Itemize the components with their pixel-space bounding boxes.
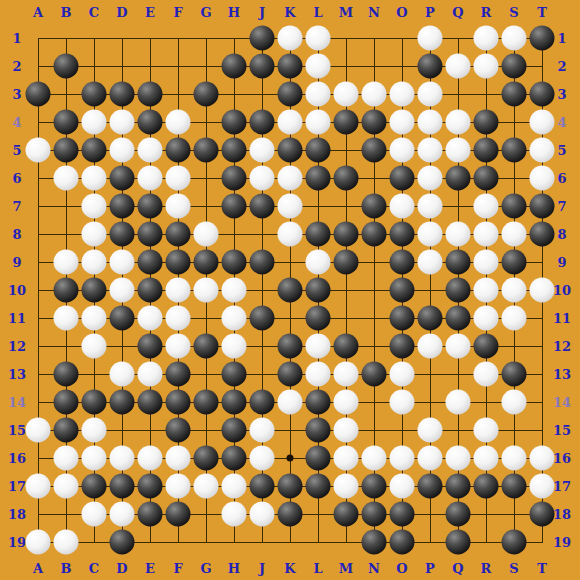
- stone-white-H18[interactable]: [222, 502, 247, 527]
- stone-white-S14[interactable]: [502, 390, 527, 415]
- row-label-right-17: 17: [553, 480, 571, 493]
- stone-white-P1[interactable]: [418, 26, 443, 51]
- row-label-right-15: 15: [553, 424, 571, 437]
- stone-black-F8[interactable]: [166, 222, 191, 247]
- stone-black-L14[interactable]: [306, 390, 331, 415]
- stone-white-R9[interactable]: [474, 250, 499, 275]
- stone-black-R4[interactable]: [474, 110, 499, 135]
- stone-black-J11[interactable]: [250, 306, 275, 331]
- column-label-bottom-F: F: [173, 562, 182, 575]
- stone-white-S1[interactable]: [502, 26, 527, 51]
- stone-white-R11[interactable]: [474, 306, 499, 331]
- stone-white-T5[interactable]: [530, 138, 555, 163]
- stone-black-K18[interactable]: [278, 502, 303, 527]
- row-label-left-3: 3: [12, 88, 21, 101]
- stone-white-P15[interactable]: [418, 418, 443, 443]
- stone-black-R17[interactable]: [474, 474, 499, 499]
- stone-black-Q6[interactable]: [446, 166, 471, 191]
- stone-white-D4[interactable]: [110, 110, 135, 135]
- stone-black-E10[interactable]: [138, 278, 163, 303]
- stone-white-K1[interactable]: [278, 26, 303, 51]
- stone-black-G12[interactable]: [194, 334, 219, 359]
- stone-black-E18[interactable]: [138, 502, 163, 527]
- stone-white-R16[interactable]: [474, 446, 499, 471]
- stone-white-O3[interactable]: [390, 82, 415, 107]
- stone-black-L8[interactable]: [306, 222, 331, 247]
- stone-black-B4[interactable]: [54, 110, 79, 135]
- stone-white-P5[interactable]: [418, 138, 443, 163]
- column-label-top-E: E: [145, 6, 155, 19]
- stone-white-E16[interactable]: [138, 446, 163, 471]
- stone-black-J4[interactable]: [250, 110, 275, 135]
- stone-black-M8[interactable]: [334, 222, 359, 247]
- stone-white-S16[interactable]: [502, 446, 527, 471]
- stone-black-F9[interactable]: [166, 250, 191, 275]
- stone-white-H12[interactable]: [222, 334, 247, 359]
- stone-white-C18[interactable]: [82, 502, 107, 527]
- stone-white-Q12[interactable]: [446, 334, 471, 359]
- stone-white-B19[interactable]: [54, 530, 79, 555]
- stone-black-O18[interactable]: [390, 502, 415, 527]
- row-label-left-6: 6: [12, 172, 21, 185]
- column-label-top-G: G: [200, 6, 211, 19]
- stone-black-E3[interactable]: [138, 82, 163, 107]
- stone-white-Q8[interactable]: [446, 222, 471, 247]
- stone-black-C10[interactable]: [82, 278, 107, 303]
- row-label-right-19: 19: [553, 536, 571, 549]
- stone-white-N3[interactable]: [362, 82, 387, 107]
- stone-black-L16[interactable]: [306, 446, 331, 471]
- stone-black-M12[interactable]: [334, 334, 359, 359]
- grid-line-horizontal: [38, 430, 543, 431]
- stone-white-O14[interactable]: [390, 390, 415, 415]
- row-label-right-13: 13: [553, 368, 571, 381]
- stone-white-F17[interactable]: [166, 474, 191, 499]
- row-label-right-18: 18: [553, 508, 571, 521]
- stone-white-J18[interactable]: [250, 502, 275, 527]
- stone-black-E17[interactable]: [138, 474, 163, 499]
- stone-black-T18[interactable]: [530, 502, 555, 527]
- stone-white-D13[interactable]: [110, 362, 135, 387]
- stone-black-T3[interactable]: [530, 82, 555, 107]
- stone-black-K13[interactable]: [278, 362, 303, 387]
- stone-black-K12[interactable]: [278, 334, 303, 359]
- row-label-right-9: 9: [557, 256, 566, 269]
- stone-black-B14[interactable]: [54, 390, 79, 415]
- stone-white-E11[interactable]: [138, 306, 163, 331]
- stone-black-M18[interactable]: [334, 502, 359, 527]
- stone-black-E14[interactable]: [138, 390, 163, 415]
- stone-black-J14[interactable]: [250, 390, 275, 415]
- stone-black-B10[interactable]: [54, 278, 79, 303]
- stone-black-H6[interactable]: [222, 166, 247, 191]
- go-board[interactable]: AABBCCDDEEFFGGHHJJKKLLMMNNOOPPQQRRSSTT11…: [0, 0, 580, 580]
- stone-white-K14[interactable]: [278, 390, 303, 415]
- stone-black-Q18[interactable]: [446, 502, 471, 527]
- stone-white-Q5[interactable]: [446, 138, 471, 163]
- column-label-top-R: R: [481, 6, 492, 19]
- stone-white-L12[interactable]: [306, 334, 331, 359]
- stone-black-K10[interactable]: [278, 278, 303, 303]
- column-label-bottom-K: K: [284, 562, 295, 575]
- stone-white-C6[interactable]: [82, 166, 107, 191]
- stone-white-M3[interactable]: [334, 82, 359, 107]
- stone-black-O10[interactable]: [390, 278, 415, 303]
- stone-black-J17[interactable]: [250, 474, 275, 499]
- stone-black-N5[interactable]: [362, 138, 387, 163]
- stone-white-K8[interactable]: [278, 222, 303, 247]
- stone-black-C5[interactable]: [82, 138, 107, 163]
- column-label-top-A: A: [33, 6, 43, 19]
- stone-black-T1[interactable]: [530, 26, 555, 51]
- stone-black-G3[interactable]: [194, 82, 219, 107]
- stone-white-M13[interactable]: [334, 362, 359, 387]
- stone-black-P2[interactable]: [418, 54, 443, 79]
- stone-white-F11[interactable]: [166, 306, 191, 331]
- stone-black-T8[interactable]: [530, 222, 555, 247]
- stone-white-C4[interactable]: [82, 110, 107, 135]
- stone-black-E7[interactable]: [138, 194, 163, 219]
- stone-black-O12[interactable]: [390, 334, 415, 359]
- stone-black-D3[interactable]: [110, 82, 135, 107]
- stone-white-G10[interactable]: [194, 278, 219, 303]
- column-label-top-Q: Q: [452, 6, 463, 19]
- row-label-left-8: 8: [12, 228, 21, 241]
- stone-white-T17[interactable]: [530, 474, 555, 499]
- stone-black-S5[interactable]: [502, 138, 527, 163]
- stone-white-J15[interactable]: [250, 418, 275, 443]
- stone-white-R7[interactable]: [474, 194, 499, 219]
- stone-black-J2[interactable]: [250, 54, 275, 79]
- stone-black-S7[interactable]: [502, 194, 527, 219]
- stone-black-B5[interactable]: [54, 138, 79, 163]
- column-label-top-N: N: [368, 6, 380, 19]
- stone-black-L6[interactable]: [306, 166, 331, 191]
- stone-white-O13[interactable]: [390, 362, 415, 387]
- stone-white-A15[interactable]: [26, 418, 51, 443]
- column-label-bottom-O: O: [396, 562, 407, 575]
- row-label-right-11: 11: [553, 312, 571, 325]
- stone-black-N7[interactable]: [362, 194, 387, 219]
- stone-black-G9[interactable]: [194, 250, 219, 275]
- stone-black-E8[interactable]: [138, 222, 163, 247]
- stone-black-E12[interactable]: [138, 334, 163, 359]
- stone-white-P4[interactable]: [418, 110, 443, 135]
- column-label-bottom-Q: Q: [452, 562, 463, 575]
- stone-black-O9[interactable]: [390, 250, 415, 275]
- row-label-left-2: 2: [12, 60, 21, 73]
- stone-black-D11[interactable]: [110, 306, 135, 331]
- stone-black-L10[interactable]: [306, 278, 331, 303]
- stone-white-P3[interactable]: [418, 82, 443, 107]
- stone-black-P17[interactable]: [418, 474, 443, 499]
- stone-black-S17[interactable]: [502, 474, 527, 499]
- stone-white-L1[interactable]: [306, 26, 331, 51]
- stone-white-K6[interactable]: [278, 166, 303, 191]
- stone-black-E9[interactable]: [138, 250, 163, 275]
- stone-white-N16[interactable]: [362, 446, 387, 471]
- stone-black-D6[interactable]: [110, 166, 135, 191]
- row-label-right-12: 12: [553, 340, 571, 353]
- stone-white-Q2[interactable]: [446, 54, 471, 79]
- stone-black-K17[interactable]: [278, 474, 303, 499]
- column-label-top-F: F: [173, 6, 182, 19]
- stone-white-O17[interactable]: [390, 474, 415, 499]
- stone-white-A19[interactable]: [26, 530, 51, 555]
- stone-white-R15[interactable]: [474, 418, 499, 443]
- stone-white-F4[interactable]: [166, 110, 191, 135]
- stone-white-D16[interactable]: [110, 446, 135, 471]
- stone-black-G14[interactable]: [194, 390, 219, 415]
- stone-black-S19[interactable]: [502, 530, 527, 555]
- column-label-bottom-D: D: [116, 562, 127, 575]
- stone-white-K7[interactable]: [278, 194, 303, 219]
- stone-white-F6[interactable]: [166, 166, 191, 191]
- stone-black-J7[interactable]: [250, 194, 275, 219]
- stone-black-M6[interactable]: [334, 166, 359, 191]
- stone-black-D8[interactable]: [110, 222, 135, 247]
- stone-black-B13[interactable]: [54, 362, 79, 387]
- row-label-left-9: 9: [12, 256, 21, 269]
- column-label-bottom-M: M: [339, 562, 353, 575]
- stone-white-G8[interactable]: [194, 222, 219, 247]
- stone-black-G16[interactable]: [194, 446, 219, 471]
- column-label-top-T: T: [537, 6, 547, 19]
- stone-black-S9[interactable]: [502, 250, 527, 275]
- stone-white-H10[interactable]: [222, 278, 247, 303]
- column-label-top-C: C: [89, 6, 99, 19]
- stone-black-H13[interactable]: [222, 362, 247, 387]
- row-label-left-10: 10: [8, 284, 26, 297]
- column-label-bottom-H: H: [228, 562, 240, 575]
- stone-black-N13[interactable]: [362, 362, 387, 387]
- stone-white-F12[interactable]: [166, 334, 191, 359]
- stone-black-R12[interactable]: [474, 334, 499, 359]
- stone-white-M14[interactable]: [334, 390, 359, 415]
- stone-white-A5[interactable]: [26, 138, 51, 163]
- stone-white-Q14[interactable]: [446, 390, 471, 415]
- stone-white-C15[interactable]: [82, 418, 107, 443]
- stone-white-J5[interactable]: [250, 138, 275, 163]
- stone-white-T6[interactable]: [530, 166, 555, 191]
- stone-white-P16[interactable]: [418, 446, 443, 471]
- stone-white-E13[interactable]: [138, 362, 163, 387]
- stone-white-J6[interactable]: [250, 166, 275, 191]
- stone-white-E5[interactable]: [138, 138, 163, 163]
- star-point: [287, 455, 294, 462]
- stone-black-F13[interactable]: [166, 362, 191, 387]
- stone-black-C3[interactable]: [82, 82, 107, 107]
- stone-black-S2[interactable]: [502, 54, 527, 79]
- stone-white-C12[interactable]: [82, 334, 107, 359]
- stone-white-A17[interactable]: [26, 474, 51, 499]
- stone-black-B15[interactable]: [54, 418, 79, 443]
- stone-black-G5[interactable]: [194, 138, 219, 163]
- stone-white-G17[interactable]: [194, 474, 219, 499]
- stone-white-M15[interactable]: [334, 418, 359, 443]
- column-label-top-J: J: [259, 6, 265, 19]
- stone-black-Q17[interactable]: [446, 474, 471, 499]
- stone-black-K2[interactable]: [278, 54, 303, 79]
- stone-white-L13[interactable]: [306, 362, 331, 387]
- stone-white-T16[interactable]: [530, 446, 555, 471]
- stone-white-C11[interactable]: [82, 306, 107, 331]
- row-label-right-4: 4: [557, 116, 566, 129]
- stone-black-O6[interactable]: [390, 166, 415, 191]
- row-label-left-14: 14: [8, 396, 26, 409]
- stone-black-H9[interactable]: [222, 250, 247, 275]
- row-label-left-1: 1: [12, 32, 21, 45]
- stone-white-P12[interactable]: [418, 334, 443, 359]
- stone-black-D14[interactable]: [110, 390, 135, 415]
- stone-black-E4[interactable]: [138, 110, 163, 135]
- stone-black-N8[interactable]: [362, 222, 387, 247]
- stone-white-D10[interactable]: [110, 278, 135, 303]
- stone-white-O7[interactable]: [390, 194, 415, 219]
- stone-black-R5[interactable]: [474, 138, 499, 163]
- stone-black-O8[interactable]: [390, 222, 415, 247]
- stone-black-P11[interactable]: [418, 306, 443, 331]
- row-label-left-18: 18: [8, 508, 26, 521]
- stone-black-N18[interactable]: [362, 502, 387, 527]
- stone-white-O4[interactable]: [390, 110, 415, 135]
- stone-white-C7[interactable]: [82, 194, 107, 219]
- stone-white-J16[interactable]: [250, 446, 275, 471]
- stone-white-B16[interactable]: [54, 446, 79, 471]
- row-label-right-7: 7: [557, 200, 566, 213]
- row-label-left-13: 13: [8, 368, 26, 381]
- stone-black-H4[interactable]: [222, 110, 247, 135]
- stone-white-H17[interactable]: [222, 474, 247, 499]
- stone-black-N17[interactable]: [362, 474, 387, 499]
- stone-black-J9[interactable]: [250, 250, 275, 275]
- stone-black-R6[interactable]: [474, 166, 499, 191]
- stone-white-O16[interactable]: [390, 446, 415, 471]
- stone-black-L15[interactable]: [306, 418, 331, 443]
- stone-white-P7[interactable]: [418, 194, 443, 219]
- stone-white-M17[interactable]: [334, 474, 359, 499]
- column-label-bottom-T: T: [537, 562, 547, 575]
- stone-white-S11[interactable]: [502, 306, 527, 331]
- column-label-top-B: B: [61, 6, 72, 19]
- stone-white-H11[interactable]: [222, 306, 247, 331]
- stone-white-R13[interactable]: [474, 362, 499, 387]
- stone-white-C16[interactable]: [82, 446, 107, 471]
- stone-black-N19[interactable]: [362, 530, 387, 555]
- row-label-left-15: 15: [8, 424, 26, 437]
- stone-black-F14[interactable]: [166, 390, 191, 415]
- stone-white-M16[interactable]: [334, 446, 359, 471]
- stone-white-Q16[interactable]: [446, 446, 471, 471]
- stone-white-S10[interactable]: [502, 278, 527, 303]
- stone-white-F10[interactable]: [166, 278, 191, 303]
- stone-white-E6[interactable]: [138, 166, 163, 191]
- stone-black-A3[interactable]: [26, 82, 51, 107]
- stone-black-K3[interactable]: [278, 82, 303, 107]
- stone-white-L9[interactable]: [306, 250, 331, 275]
- stone-white-B17[interactable]: [54, 474, 79, 499]
- stone-black-H5[interactable]: [222, 138, 247, 163]
- stone-black-D19[interactable]: [110, 530, 135, 555]
- stone-white-D18[interactable]: [110, 502, 135, 527]
- stone-black-C17[interactable]: [82, 474, 107, 499]
- stone-black-H7[interactable]: [222, 194, 247, 219]
- stone-white-K4[interactable]: [278, 110, 303, 135]
- stone-white-L4[interactable]: [306, 110, 331, 135]
- stone-black-Q11[interactable]: [446, 306, 471, 331]
- stone-white-F16[interactable]: [166, 446, 191, 471]
- stone-black-F5[interactable]: [166, 138, 191, 163]
- stone-black-C14[interactable]: [82, 390, 107, 415]
- stone-black-S13[interactable]: [502, 362, 527, 387]
- stone-white-D5[interactable]: [110, 138, 135, 163]
- stone-white-S8[interactable]: [502, 222, 527, 247]
- stone-white-R8[interactable]: [474, 222, 499, 247]
- stone-white-T4[interactable]: [530, 110, 555, 135]
- stone-black-L17[interactable]: [306, 474, 331, 499]
- stone-black-T7[interactable]: [530, 194, 555, 219]
- stone-black-D17[interactable]: [110, 474, 135, 499]
- stone-white-L2[interactable]: [306, 54, 331, 79]
- stone-black-H15[interactable]: [222, 418, 247, 443]
- stone-white-O5[interactable]: [390, 138, 415, 163]
- stone-white-C8[interactable]: [82, 222, 107, 247]
- stone-black-H14[interactable]: [222, 390, 247, 415]
- stone-white-D9[interactable]: [110, 250, 135, 275]
- row-label-left-19: 19: [8, 536, 26, 549]
- stone-white-F7[interactable]: [166, 194, 191, 219]
- stone-white-P8[interactable]: [418, 222, 443, 247]
- column-label-bottom-C: C: [89, 562, 99, 575]
- stone-black-Q9[interactable]: [446, 250, 471, 275]
- row-label-right-3: 3: [557, 88, 566, 101]
- stone-black-O19[interactable]: [390, 530, 415, 555]
- stone-black-H16[interactable]: [222, 446, 247, 471]
- stone-black-D7[interactable]: [110, 194, 135, 219]
- stone-black-J1[interactable]: [250, 26, 275, 51]
- stone-black-K5[interactable]: [278, 138, 303, 163]
- stone-black-M9[interactable]: [334, 250, 359, 275]
- stone-white-B6[interactable]: [54, 166, 79, 191]
- stone-white-R1[interactable]: [474, 26, 499, 51]
- stone-black-M4[interactable]: [334, 110, 359, 135]
- stone-white-P9[interactable]: [418, 250, 443, 275]
- stone-white-B11[interactable]: [54, 306, 79, 331]
- stone-black-S3[interactable]: [502, 82, 527, 107]
- stone-black-B2[interactable]: [54, 54, 79, 79]
- stone-white-L3[interactable]: [306, 82, 331, 107]
- stone-white-P6[interactable]: [418, 166, 443, 191]
- stone-black-L5[interactable]: [306, 138, 331, 163]
- stone-black-H2[interactable]: [222, 54, 247, 79]
- stone-black-O11[interactable]: [390, 306, 415, 331]
- stone-white-R2[interactable]: [474, 54, 499, 79]
- stone-white-C9[interactable]: [82, 250, 107, 275]
- stone-black-Q10[interactable]: [446, 278, 471, 303]
- stone-white-T10[interactable]: [530, 278, 555, 303]
- stone-black-F15[interactable]: [166, 418, 191, 443]
- stone-black-N4[interactable]: [362, 110, 387, 135]
- stone-white-B9[interactable]: [54, 250, 79, 275]
- stone-black-Q19[interactable]: [446, 530, 471, 555]
- column-label-bottom-N: N: [368, 562, 380, 575]
- stone-white-R10[interactable]: [474, 278, 499, 303]
- stone-black-F18[interactable]: [166, 502, 191, 527]
- stone-white-Q4[interactable]: [446, 110, 471, 135]
- column-label-bottom-L: L: [313, 562, 322, 575]
- column-label-top-M: M: [339, 6, 353, 19]
- stone-black-L11[interactable]: [306, 306, 331, 331]
